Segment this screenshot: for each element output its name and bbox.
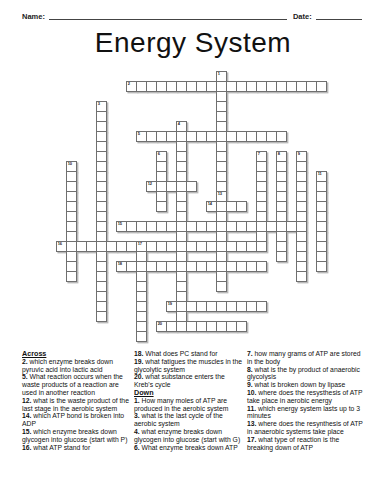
cell-number-11: 11 (318, 172, 322, 176)
cell-number-18: 18 (118, 262, 122, 266)
clue-6-down: 6. What enzyme breaks down ATP (134, 444, 244, 452)
clue-column-middle: 18. What does PC stand for19. what fatig… (134, 350, 244, 451)
cell-number-16: 16 (58, 242, 62, 246)
cell-number-7: 7 (258, 152, 260, 156)
grid-cell-r14c11[interactable] (156, 201, 167, 212)
grid-cell-r20c27[interactable] (316, 261, 327, 272)
grid-cell-r27c9[interactable] (136, 331, 147, 342)
grid-cell-r26c19[interactable] (236, 321, 247, 332)
cell-number-20: 20 (158, 322, 162, 326)
grid-cell-r18c21[interactable] (256, 241, 267, 252)
cell-number-6: 6 (158, 152, 160, 156)
name-label: Name: (22, 12, 45, 21)
clue-7-down: 7. how many grams of ATP are stored in t… (247, 350, 365, 366)
clue-12-across: 12. what is the waste product of the las… (22, 397, 132, 413)
grid-cell-r20c21[interactable] (256, 261, 267, 272)
cell-number-19: 19 (168, 302, 172, 306)
cell-number-8: 8 (278, 152, 280, 156)
grid-cell-r19c23[interactable] (276, 251, 287, 262)
clue-3-down: 3. what is the last cycle of the aerobic… (134, 412, 244, 428)
clue-10-down: 10. where does the resysthesis of ATP ta… (247, 389, 365, 405)
grid-cell-r7c23[interactable] (276, 131, 287, 142)
clue-14-across: 14. which ATP bond is broken into ADP (22, 412, 132, 428)
clue-13-down: 13. where does the resynthesis of ATP in… (247, 420, 365, 436)
cell-number-13: 13 (218, 192, 222, 196)
cell-number-17: 17 (138, 242, 142, 246)
date-blank (316, 11, 362, 20)
clue-20-across: 20. what substance enters the Kreb's cyc… (134, 373, 244, 389)
clue-4-down: 4. what enzyme breaks down glycogen into… (134, 428, 244, 444)
cell-number-14: 14 (208, 202, 212, 206)
crossword-worksheet: { "game": "crossword", "title": "Energy … (0, 0, 386, 500)
cell-number-5: 5 (138, 132, 140, 136)
cell-number-12: 12 (148, 182, 152, 186)
crossword-grid: 1234567891011121314151617181920 (46, 61, 338, 353)
clue-15-across: 15. which enzyme breaks down glycogen in… (22, 428, 132, 444)
grid-cell-r22c17[interactable] (216, 281, 227, 292)
page-title: Energy System (0, 27, 386, 59)
grid-cell-r2c27[interactable] (316, 81, 327, 92)
clue-2-across: 2. which enzyme breaks down pyruvic acid… (22, 358, 132, 374)
cell-number-4: 4 (178, 122, 180, 126)
grid-cell-r24c21[interactable] (256, 301, 267, 312)
name-blank (49, 11, 287, 20)
grid-cell-r14c19[interactable] (236, 201, 247, 212)
grid-cell-r21c25[interactable] (296, 271, 307, 282)
worksheet-header: Name: Date: (22, 11, 368, 21)
cell-number-1: 1 (218, 72, 220, 76)
clue-column-left: Across2. which enzyme breaks down pyruvi… (22, 350, 132, 451)
grid-cell-r21c2[interactable] (66, 271, 77, 282)
down-header: Down (134, 389, 244, 397)
clue-5-across: 5. What reaction occurs when the waste p… (22, 373, 132, 396)
date-label: Date: (293, 12, 312, 21)
across-header: Across (22, 350, 132, 358)
cell-number-10: 10 (68, 162, 72, 166)
clue-column-right: 7. how many grams of ATP are stored in t… (247, 350, 365, 451)
clue-16-across: 16. what ATP stand for (22, 444, 132, 452)
cell-number-9: 9 (298, 152, 300, 156)
clue-9-down: 9. what is broken down by lipase (247, 381, 365, 389)
clue-8-down: 8. what is the by product of anaerobic g… (247, 366, 365, 382)
clue-11-down: 11. which energy system lasts up to 3 mi… (247, 405, 365, 421)
clue-19-across: 19. what fatigues the muscles in the gly… (134, 358, 244, 374)
clue-1-down: 1. How many moles of ATP are produced in… (134, 397, 244, 413)
clue-17-down: 17. what type of reaction is the breakin… (247, 436, 365, 452)
clue-18-across: 18. What does PC stand for (134, 350, 244, 358)
cell-number-3: 3 (98, 102, 100, 106)
cell-number-15: 15 (118, 222, 122, 226)
cell-number-2: 2 (128, 82, 130, 86)
grid-cell-r12c14[interactable] (186, 181, 197, 192)
grid-cell-r25c5[interactable] (96, 311, 107, 322)
